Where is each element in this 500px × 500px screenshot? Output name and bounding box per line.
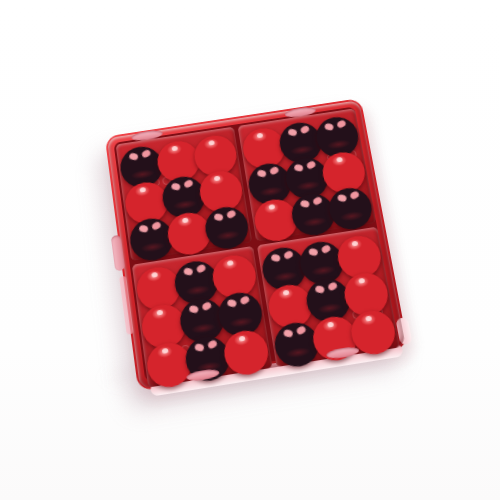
cell-r6c6[interactable]: ● [350, 306, 395, 350]
marble-highlight [251, 130, 267, 142]
marble-highlight [134, 184, 150, 197]
marble-highlight [320, 244, 331, 254]
marble-highlight [336, 119, 347, 129]
marble-highlight [233, 333, 250, 347]
marble-highlight [194, 343, 205, 352]
marble-highlight [139, 187, 146, 193]
marble-highlight [213, 213, 223, 222]
product-photo-canvas: ●●●●●●●●●●●●●●●●●●●●●●●●●●●●●●●●●●●● [0, 0, 500, 500]
marble-highlight [349, 190, 360, 200]
marble-highlight [327, 322, 334, 328]
marble-highlight [156, 310, 163, 316]
cell-r6c3[interactable]: ● [223, 326, 267, 371]
marble-highlight [312, 196, 323, 206]
marble-highlight [208, 140, 215, 146]
marble-highlight [209, 173, 225, 186]
marble-highlight [239, 295, 250, 306]
marble-highlight [201, 301, 212, 312]
marble-highlight [283, 250, 294, 261]
marble-highlight [183, 267, 193, 276]
marble-highlight [203, 138, 219, 150]
marble-highlight [183, 179, 194, 189]
marble-highlight [277, 287, 294, 300]
marble-highlight [141, 149, 152, 159]
marble-highlight [360, 313, 377, 326]
marble-highlight [214, 176, 221, 182]
marble-highlight [337, 194, 347, 203]
marble-highlight [138, 224, 148, 233]
marble-highlight [129, 152, 139, 160]
marble-highlight [295, 325, 307, 336]
marble-highlight [294, 164, 304, 172]
marble-highlight [306, 160, 317, 170]
red-marble: ● [223, 326, 267, 371]
marble-highlight [322, 319, 339, 332]
marble-highlight [177, 215, 193, 228]
marble-highlight [156, 345, 173, 359]
marble-highlight [151, 307, 168, 320]
marble-highlight [365, 316, 372, 322]
marble-highlight [226, 209, 237, 219]
marble-highlight [182, 217, 189, 223]
marble-highlight [315, 285, 325, 294]
marble-highlight [283, 290, 290, 296]
pentago-case: ●●●●●●●●●●●●●●●●●●●●●●●●●●●●●●●●●●●● [105, 98, 409, 391]
marble-highlight [285, 346, 311, 359]
marble-highlight [222, 258, 239, 271]
quadrant-bottom-right[interactable]: ●●●●●●●●● [257, 227, 400, 367]
red-marble: ● [350, 306, 395, 350]
marble-highlight [151, 272, 158, 278]
marble-highlight [207, 339, 219, 350]
quadrant-bottom-left[interactable]: ●●●●●●●●● [132, 246, 273, 388]
marble-highlight [171, 146, 178, 152]
marble-highlight [195, 263, 206, 274]
marble-highlight [331, 154, 347, 167]
marble-highlight [299, 125, 310, 135]
board-grid: ●●●●●●●●●●●●●●●●●●●●●●●●●●●●●●●●●●●● [113, 106, 398, 381]
marble-highlight [327, 281, 338, 292]
marble-highlight [324, 123, 334, 131]
marble-highlight [268, 204, 275, 210]
marble-highlight [346, 238, 363, 251]
marble-highlight [283, 329, 294, 338]
marble-highlight [308, 248, 318, 257]
marble-highlight [263, 202, 279, 215]
marble-highlight [151, 221, 162, 231]
marble-highlight [257, 133, 264, 139]
marble-highlight [162, 348, 169, 354]
marble-highlight [336, 157, 343, 163]
marble-highlight [227, 299, 238, 308]
marble-highlight [287, 128, 297, 136]
marble-highlight [239, 336, 246, 342]
marble-highlight [351, 241, 358, 247]
left-hinge-tab [111, 235, 126, 272]
marble-highlight [358, 278, 365, 284]
marble-highlight [188, 305, 199, 314]
marble-highlight [166, 143, 182, 155]
marble-highlight [300, 200, 310, 209]
marble-highlight [171, 182, 181, 190]
marble-highlight [269, 166, 280, 176]
marble-highlight [257, 169, 267, 177]
marble-highlight [146, 269, 162, 282]
marble-highlight [353, 275, 370, 288]
marble-highlight [227, 260, 234, 266]
marble-highlight [271, 254, 281, 263]
